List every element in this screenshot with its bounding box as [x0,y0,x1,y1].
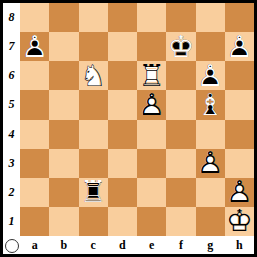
square-a8[interactable] [20,3,49,32]
rank-label-7: 7 [3,32,20,61]
square-a5[interactable] [20,90,49,119]
white-king-h1[interactable]: ♚♔ [225,207,254,236]
square-h4[interactable] [225,120,254,149]
square-f1[interactable] [166,207,195,236]
square-e7[interactable] [137,32,166,61]
square-h5[interactable] [225,90,254,119]
square-d7[interactable] [108,32,137,61]
white-pawn-g3[interactable]: ♟♙ [196,149,225,178]
file-label-e: e [137,236,166,254]
white-pawn-e5[interactable]: ♟♙ [137,90,166,119]
white-knight-c6[interactable]: ♞♘ [79,61,108,90]
pawn-icon: ♙ [20,32,49,61]
black-pawn-a7[interactable]: ♟♙ [20,32,49,61]
square-b3[interactable] [49,149,78,178]
square-d5[interactable] [108,90,137,119]
square-b5[interactable] [49,90,78,119]
square-a2[interactable] [20,178,49,207]
black-pawn-g6[interactable]: ♟♙ [196,61,225,90]
square-e3[interactable] [137,149,166,178]
file-label-a: a [20,236,49,254]
square-a4[interactable] [20,120,49,149]
rank-label-3: 3 [3,149,20,178]
rank-label-4: 4 [3,120,20,149]
bishop-icon: ♗ [196,90,225,119]
white-rook-e6[interactable]: ♜♖ [137,61,166,90]
rank-labels: 87654321 [3,3,20,236]
king-icon: ♔ [166,32,195,61]
square-g2[interactable] [196,178,225,207]
pawn-icon: ♙ [137,90,166,119]
square-b6[interactable] [49,61,78,90]
rook-icon: ♖ [137,61,166,90]
black-bishop-g5[interactable]: ♝♗ [196,90,225,119]
square-g6[interactable]: ♟♙ [196,61,225,90]
file-labels: abcdefgh [20,236,254,254]
square-b4[interactable] [49,120,78,149]
square-f5[interactable] [166,90,195,119]
square-b1[interactable] [49,207,78,236]
square-f7[interactable]: ♚♔ [166,32,195,61]
black-rook-c2[interactable]: ♜♖ [79,178,108,207]
square-d1[interactable] [108,207,137,236]
square-a3[interactable] [20,149,49,178]
square-c4[interactable] [79,120,108,149]
file-label-f: f [166,236,195,254]
square-e8[interactable] [137,3,166,32]
square-e6[interactable]: ♜♖ [137,61,166,90]
black-pawn-h7[interactable]: ♟♙ [225,32,254,61]
black-king-f7[interactable]: ♚♔ [166,32,195,61]
rank-label-6: 6 [3,61,20,90]
rank-label-2: 2 [3,178,20,207]
knight-icon: ♘ [79,61,108,90]
square-d8[interactable] [108,3,137,32]
king-icon: ♔ [225,207,254,236]
square-b8[interactable] [49,3,78,32]
square-h7[interactable]: ♟♙ [225,32,254,61]
square-d3[interactable] [108,149,137,178]
square-f3[interactable] [166,149,195,178]
square-c1[interactable] [79,207,108,236]
file-label-d: d [108,236,137,254]
white-to-move-indicator [5,239,19,253]
square-h1[interactable]: ♚♔ [225,207,254,236]
rank-label-8: 8 [3,3,20,32]
square-c7[interactable] [79,32,108,61]
square-g3[interactable]: ♟♙ [196,149,225,178]
file-label-g: g [196,236,225,254]
square-a7[interactable]: ♟♙ [20,32,49,61]
square-d4[interactable] [108,120,137,149]
rook-icon: ♖ [79,178,108,207]
square-f4[interactable] [166,120,195,149]
rank-label-1: 1 [3,207,20,236]
rank-label-5: 5 [3,90,20,119]
square-d6[interactable] [108,61,137,90]
chess-diagram: 87654321 ♟♙♚♔♟♙♞♘♜♖♟♙♟♙♝♗♟♙♜♖♟♙♚♔ abcdef… [0,0,257,257]
file-label-c: c [79,236,108,254]
square-f8[interactable] [166,3,195,32]
pawn-icon: ♙ [196,149,225,178]
square-e2[interactable] [137,178,166,207]
square-g7[interactable] [196,32,225,61]
square-g1[interactable] [196,207,225,236]
square-g8[interactable] [196,3,225,32]
square-e1[interactable] [137,207,166,236]
square-f6[interactable] [166,61,195,90]
square-d2[interactable] [108,178,137,207]
square-f2[interactable] [166,178,195,207]
chess-board: ♟♙♚♔♟♙♞♘♜♖♟♙♟♙♝♗♟♙♜♖♟♙♚♔ [20,3,254,236]
square-g5[interactable]: ♝♗ [196,90,225,119]
square-a1[interactable] [20,207,49,236]
square-a6[interactable] [20,61,49,90]
file-label-h: h [225,236,254,254]
square-c6[interactable]: ♞♘ [79,61,108,90]
square-e5[interactable]: ♟♙ [137,90,166,119]
pawn-icon: ♙ [225,32,254,61]
square-c2[interactable]: ♜♖ [79,178,108,207]
file-label-b: b [49,236,78,254]
square-c5[interactable] [79,90,108,119]
pawn-icon: ♙ [196,61,225,90]
square-h6[interactable] [225,61,254,90]
square-c8[interactable] [79,3,108,32]
square-b2[interactable] [49,178,78,207]
square-b7[interactable] [49,32,78,61]
square-e4[interactable] [137,120,166,149]
square-h8[interactable] [225,3,254,32]
